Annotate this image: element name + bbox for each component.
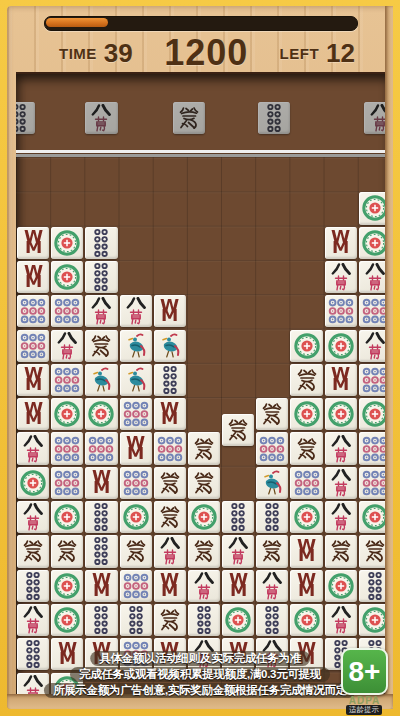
tile-f[interactable] [325, 535, 357, 567]
tile-d9[interactable] [17, 295, 49, 327]
tile-d1[interactable] [51, 501, 83, 533]
tile-d8[interactable] [85, 227, 117, 259]
score-value: 1200 [164, 32, 248, 74]
tile-d9[interactable] [120, 467, 152, 499]
time-value: 39 [104, 38, 133, 69]
tile-d9[interactable] [51, 467, 83, 499]
tile-f[interactable] [290, 432, 322, 464]
tile-d8[interactable] [222, 501, 254, 533]
tile-d1[interactable] [290, 330, 322, 362]
tile-b8[interactable] [222, 535, 254, 567]
tile-d8[interactable] [188, 604, 220, 636]
tile-d8[interactable] [85, 604, 117, 636]
tile-wm[interactable]: WM [290, 535, 322, 567]
separator-line [16, 150, 392, 157]
tile-wm[interactable]: WM [154, 398, 186, 430]
left-group: LEFT 12 [280, 38, 355, 69]
left-label: LEFT [280, 45, 320, 62]
tile-d8[interactable] [120, 604, 152, 636]
tile-d8[interactable] [17, 638, 49, 670]
tile-f[interactable] [154, 467, 186, 499]
tile-d1[interactable] [325, 330, 357, 362]
left-value: 12 [326, 38, 355, 69]
tile-b8[interactable] [325, 604, 357, 636]
tile-s1[interactable] [154, 330, 186, 362]
tile-d8[interactable] [85, 501, 117, 533]
tile-f[interactable] [222, 414, 254, 446]
tile-wm[interactable]: WM [120, 432, 152, 464]
tile-d9[interactable] [85, 432, 117, 464]
next-tiles-queue [16, 102, 392, 136]
tile-f[interactable] [120, 535, 152, 567]
tile-wm[interactable]: WM [325, 227, 357, 259]
tile-f[interactable] [290, 364, 322, 396]
tile-d1[interactable] [290, 604, 322, 636]
tile-wm[interactable]: WM [51, 638, 83, 670]
tile-d8[interactable] [85, 535, 117, 567]
time-label: TIME [59, 45, 97, 62]
tile-s1[interactable] [120, 364, 152, 396]
disclaimer-line-1: 具体金额以活动细则及实际完成任务为准 [90, 651, 310, 666]
tile-wm[interactable]: WM [85, 570, 117, 602]
tile-b8[interactable] [17, 604, 49, 636]
tile-d1[interactable] [17, 467, 49, 499]
tile-d9[interactable] [51, 295, 83, 327]
tile-wm[interactable]: WM [222, 570, 254, 602]
tile-b8[interactable] [325, 432, 357, 464]
tile-wm[interactable]: WM [17, 261, 49, 293]
tile-d1[interactable] [222, 604, 254, 636]
tile-d9[interactable] [120, 398, 152, 430]
tile-b8[interactable] [325, 501, 357, 533]
frame-right-rail [385, 6, 393, 709]
tile-d8[interactable] [85, 261, 117, 293]
tile-wm[interactable]: WM [85, 467, 117, 499]
tile-d8[interactable] [17, 570, 49, 602]
tile-wm[interactable]: WM [154, 295, 186, 327]
time-group: TIME 39 [59, 38, 133, 69]
tile-d9[interactable] [325, 295, 357, 327]
tile-d9[interactable] [290, 467, 322, 499]
tile-b8[interactable] [325, 467, 357, 499]
tile-s1[interactable] [256, 467, 288, 499]
tile-f [173, 102, 205, 134]
tile-d1[interactable] [188, 501, 220, 533]
header: TIME 39 1200 LEFT 12 [7, 6, 393, 72]
tile-b8[interactable] [85, 295, 117, 327]
tile-f[interactable] [85, 330, 117, 362]
time-progress-fill [46, 18, 108, 27]
tile-wm[interactable]: WM [17, 364, 49, 396]
tile-wm[interactable]: WM [325, 364, 357, 396]
tile-d8[interactable] [256, 604, 288, 636]
tile-b8[interactable] [51, 330, 83, 362]
time-progress-bar [44, 16, 358, 31]
tile-f[interactable] [51, 535, 83, 567]
tile-f[interactable] [188, 535, 220, 567]
tile-d8 [258, 102, 290, 134]
tile-f[interactable] [188, 467, 220, 499]
tile-f[interactable] [256, 535, 288, 567]
tile-f[interactable] [154, 501, 186, 533]
tile-wm[interactable]: WM [290, 570, 322, 602]
tile-b8[interactable] [120, 295, 152, 327]
tile-d1[interactable] [290, 398, 322, 430]
tile-d9[interactable] [51, 364, 83, 396]
tile-d8[interactable] [154, 364, 186, 396]
tile-d1[interactable] [51, 261, 83, 293]
tile-d9[interactable] [154, 432, 186, 464]
tile-s1[interactable] [85, 364, 117, 396]
score-row: TIME 39 1200 LEFT 12 [7, 32, 393, 74]
tile-b8[interactable] [325, 261, 357, 293]
game-board: WMWMWMWMWMWMWMWMWMWMWMWMWMWMWMWMWMWMWMWM [16, 72, 392, 702]
tile-d1[interactable] [325, 398, 357, 430]
tile-d1[interactable] [120, 501, 152, 533]
tile-f[interactable] [256, 398, 288, 430]
tile-d8 [16, 102, 35, 134]
tile-b8[interactable] [256, 570, 288, 602]
tile-wm[interactable]: WM [154, 570, 186, 602]
age-rating-badge: 8+ [341, 648, 388, 695]
tile-d1[interactable] [51, 227, 83, 259]
tile-b8[interactable] [17, 501, 49, 533]
tile-d8[interactable] [256, 501, 288, 533]
tile-d1[interactable] [51, 604, 83, 636]
tile-d1[interactable] [290, 501, 322, 533]
tile-grid: WMWMWMWMWMWMWMWMWMWMWMWMWMWMWMWMWMWMWMWM [16, 157, 392, 702]
tile-d1[interactable] [85, 398, 117, 430]
tile-f[interactable] [188, 432, 220, 464]
tile-wm[interactable]: WM [17, 227, 49, 259]
tile-d1[interactable] [325, 570, 357, 602]
disclaimer-line-3: 所展示金额为广告创意,实际奖励金额根据任务完成情况而定 [44, 683, 356, 698]
tile-b8[interactable] [17, 432, 49, 464]
tile-b8[interactable] [154, 535, 186, 567]
tile-s1[interactable] [120, 330, 152, 362]
tile-d1[interactable] [51, 570, 83, 602]
tile-d9[interactable] [256, 432, 288, 464]
disclaimer-line-2: 完成任务或观看视频积累提现额度,满0.3元可提现 [70, 667, 330, 682]
tile-d9[interactable] [51, 432, 83, 464]
tile-d9[interactable] [120, 570, 152, 602]
tile-f[interactable] [17, 535, 49, 567]
tile-d1[interactable] [51, 398, 83, 430]
tile-b8[interactable] [188, 570, 220, 602]
tile-d9[interactable] [17, 330, 49, 362]
age-tip-label: 适龄提示 [346, 705, 382, 715]
tile-b8 [85, 102, 117, 134]
tile-f[interactable] [154, 604, 186, 636]
tile-wm[interactable]: WM [17, 398, 49, 430]
